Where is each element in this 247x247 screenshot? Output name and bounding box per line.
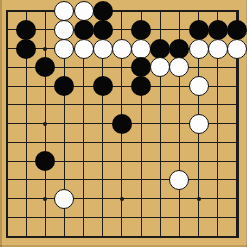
intersection-c8-r1[interactable] bbox=[132, 2, 151, 21]
intersection-c3-r11[interactable] bbox=[36, 189, 55, 208]
intersection-c9-r12[interactable] bbox=[151, 208, 170, 227]
star-point bbox=[197, 197, 201, 201]
intersection-c4-r2[interactable] bbox=[55, 20, 74, 39]
intersection-c8-r3[interactable] bbox=[132, 39, 151, 58]
intersection-c2-r3[interactable] bbox=[17, 39, 36, 58]
go-board-screenshot bbox=[0, 0, 247, 247]
intersection-c1-r13[interactable] bbox=[0, 227, 17, 246]
star-point bbox=[43, 197, 47, 201]
intersection-c13-r3[interactable] bbox=[227, 39, 246, 58]
intersection-c11-r12[interactable] bbox=[189, 208, 208, 227]
black-stone bbox=[169, 39, 189, 59]
intersection-c10-r9[interactable] bbox=[170, 152, 189, 171]
intersection-c3-r5[interactable] bbox=[36, 77, 55, 96]
intersection-c1-r11[interactable] bbox=[0, 189, 17, 208]
intersection-c1-r12[interactable] bbox=[0, 208, 17, 227]
intersection-c5-r4[interactable] bbox=[74, 58, 93, 77]
intersection-c12-r11[interactable] bbox=[208, 189, 227, 208]
intersection-c2-r12[interactable] bbox=[17, 208, 36, 227]
intersection-c9-r1[interactable] bbox=[151, 2, 170, 21]
intersection-c4-r10[interactable] bbox=[55, 170, 74, 189]
intersection-c3-r8[interactable] bbox=[36, 133, 55, 152]
intersection-c13-r6[interactable] bbox=[227, 95, 246, 114]
intersection-c9-r6[interactable] bbox=[151, 95, 170, 114]
white-stone bbox=[54, 20, 74, 40]
intersection-c11-r6[interactable] bbox=[189, 95, 208, 114]
intersection-c7-r10[interactable] bbox=[112, 170, 131, 189]
intersection-c8-r10[interactable] bbox=[132, 170, 151, 189]
intersection-c13-r12[interactable] bbox=[227, 208, 246, 227]
intersection-c5-r8[interactable] bbox=[74, 133, 93, 152]
intersection-c2-r6[interactable] bbox=[17, 95, 36, 114]
intersection-c6-r12[interactable] bbox=[93, 208, 112, 227]
intersection-c6-r2[interactable] bbox=[93, 20, 112, 39]
intersection-c11-r5[interactable] bbox=[189, 77, 208, 96]
intersection-c8-r12[interactable] bbox=[132, 208, 151, 227]
intersection-c3-r7[interactable] bbox=[36, 114, 55, 133]
black-stone bbox=[150, 39, 170, 59]
intersection-c4-r9[interactable] bbox=[55, 152, 74, 171]
black-stone bbox=[208, 20, 228, 40]
intersection-c4-r8[interactable] bbox=[55, 133, 74, 152]
intersection-c7-r1[interactable] bbox=[112, 2, 131, 21]
intersection-c4-r11[interactable] bbox=[55, 189, 74, 208]
intersection-c9-r4[interactable] bbox=[151, 58, 170, 77]
intersection-c3-r6[interactable] bbox=[36, 95, 55, 114]
intersection-c10-r6[interactable] bbox=[170, 95, 189, 114]
intersection-c10-r12[interactable] bbox=[170, 208, 189, 227]
intersection-c1-r9[interactable] bbox=[0, 152, 17, 171]
intersection-c3-r3[interactable] bbox=[36, 39, 55, 58]
intersection-c13-r4[interactable] bbox=[227, 58, 246, 77]
intersection-c5-r9[interactable] bbox=[74, 152, 93, 171]
white-stone bbox=[208, 39, 228, 59]
intersection-c4-r12[interactable] bbox=[55, 208, 74, 227]
intersection-c8-r9[interactable] bbox=[132, 152, 151, 171]
white-stone bbox=[54, 39, 74, 59]
intersection-c13-r9[interactable] bbox=[227, 152, 246, 171]
intersection-c12-r7[interactable] bbox=[208, 114, 227, 133]
intersection-c1-r2[interactable] bbox=[0, 20, 17, 39]
intersection-c10-r2[interactable] bbox=[170, 20, 189, 39]
intersection-c1-r5[interactable] bbox=[0, 77, 17, 96]
intersection-c9-r10[interactable] bbox=[151, 170, 170, 189]
black-stone bbox=[16, 20, 36, 40]
intersection-c2-r13[interactable] bbox=[17, 227, 36, 246]
intersection-c7-r9[interactable] bbox=[112, 152, 131, 171]
intersection-c6-r10[interactable] bbox=[93, 170, 112, 189]
intersection-c10-r5[interactable] bbox=[170, 77, 189, 96]
intersection-c4-r13[interactable] bbox=[55, 227, 74, 246]
intersection-c9-r8[interactable] bbox=[151, 133, 170, 152]
intersection-c3-r2[interactable] bbox=[36, 20, 55, 39]
intersection-c4-r6[interactable] bbox=[55, 95, 74, 114]
intersection-c3-r12[interactable] bbox=[36, 208, 55, 227]
intersection-c12-r10[interactable] bbox=[208, 170, 227, 189]
intersection-c13-r1[interactable] bbox=[227, 2, 246, 21]
intersection-c9-r2[interactable] bbox=[151, 20, 170, 39]
intersection-c9-r3[interactable] bbox=[151, 39, 170, 58]
intersection-c7-r5[interactable] bbox=[112, 77, 131, 96]
intersection-c9-r13[interactable] bbox=[151, 227, 170, 246]
intersection-c13-r13[interactable] bbox=[227, 227, 246, 246]
intersection-c5-r6[interactable] bbox=[74, 95, 93, 114]
intersection-c6-r6[interactable] bbox=[93, 95, 112, 114]
intersection-c11-r9[interactable] bbox=[189, 152, 208, 171]
intersection-c1-r4[interactable] bbox=[0, 58, 17, 77]
intersection-c3-r1[interactable] bbox=[36, 2, 55, 21]
intersection-c13-r5[interactable] bbox=[227, 77, 246, 96]
intersection-c10-r3[interactable] bbox=[170, 39, 189, 58]
intersection-c4-r5[interactable] bbox=[55, 77, 74, 96]
intersection-c4-r7[interactable] bbox=[55, 114, 74, 133]
intersection-c12-r5[interactable] bbox=[208, 77, 227, 96]
intersection-c8-r8[interactable] bbox=[132, 133, 151, 152]
black-stone bbox=[16, 39, 36, 59]
intersection-c5-r2[interactable] bbox=[74, 20, 93, 39]
intersection-c11-r10[interactable] bbox=[189, 170, 208, 189]
intersection-c12-r1[interactable] bbox=[208, 2, 227, 21]
intersection-c2-r5[interactable] bbox=[17, 77, 36, 96]
intersection-c11-r3[interactable] bbox=[189, 39, 208, 58]
intersection-c7-r7[interactable] bbox=[112, 114, 131, 133]
intersection-c5-r11[interactable] bbox=[74, 189, 93, 208]
black-stone bbox=[131, 20, 151, 40]
intersection-c12-r9[interactable] bbox=[208, 152, 227, 171]
intersection-c5-r10[interactable] bbox=[74, 170, 93, 189]
intersection-c7-r6[interactable] bbox=[112, 95, 131, 114]
intersection-c7-r2[interactable] bbox=[112, 20, 131, 39]
intersection-c8-r11[interactable] bbox=[132, 189, 151, 208]
intersection-c5-r5[interactable] bbox=[74, 77, 93, 96]
intersection-c1-r1[interactable] bbox=[0, 2, 17, 21]
intersection-c10-r8[interactable] bbox=[170, 133, 189, 152]
black-stone bbox=[93, 1, 113, 21]
intersection-c11-r13[interactable] bbox=[189, 227, 208, 246]
intersection-c5-r1[interactable] bbox=[74, 2, 93, 21]
intersection-c6-r7[interactable] bbox=[93, 114, 112, 133]
black-stone bbox=[93, 20, 113, 40]
intersection-c4-r3[interactable] bbox=[55, 39, 74, 58]
intersection-c3-r10[interactable] bbox=[36, 170, 55, 189]
black-stone bbox=[93, 76, 113, 96]
intersection-c7-r12[interactable] bbox=[112, 208, 131, 227]
intersection-c2-r2[interactable] bbox=[17, 20, 36, 39]
intersection-c2-r8[interactable] bbox=[17, 133, 36, 152]
intersection-c3-r13[interactable] bbox=[36, 227, 55, 246]
intersection-c10-r7[interactable] bbox=[170, 114, 189, 133]
intersection-c4-r4[interactable] bbox=[55, 58, 74, 77]
white-stone bbox=[74, 1, 94, 21]
black-stone bbox=[54, 76, 74, 96]
intersection-c7-r11[interactable] bbox=[112, 189, 131, 208]
intersection-c2-r1[interactable] bbox=[17, 2, 36, 21]
intersection-c6-r11[interactable] bbox=[93, 189, 112, 208]
intersection-c10-r11[interactable] bbox=[170, 189, 189, 208]
intersection-c9-r9[interactable] bbox=[151, 152, 170, 171]
intersection-c6-r4[interactable] bbox=[93, 58, 112, 77]
intersection-c2-r9[interactable] bbox=[17, 152, 36, 171]
intersection-c5-r12[interactable] bbox=[74, 208, 93, 227]
intersection-c11-r1[interactable] bbox=[189, 2, 208, 21]
intersection-c10-r10[interactable] bbox=[170, 170, 189, 189]
intersection-c4-r1[interactable] bbox=[55, 2, 74, 21]
white-stone bbox=[189, 39, 209, 59]
intersection-c10-r4[interactable] bbox=[170, 58, 189, 77]
intersection-c5-r3[interactable] bbox=[74, 39, 93, 58]
intersection-c7-r8[interactable] bbox=[112, 133, 131, 152]
white-stone bbox=[227, 39, 247, 59]
intersection-c2-r7[interactable] bbox=[17, 114, 36, 133]
white-stone bbox=[150, 57, 170, 77]
intersection-c1-r10[interactable] bbox=[0, 170, 17, 189]
intersection-c8-r13[interactable] bbox=[132, 227, 151, 246]
intersection-c1-r3[interactable] bbox=[0, 39, 17, 58]
intersection-c6-r5[interactable] bbox=[93, 77, 112, 96]
white-stone bbox=[189, 76, 209, 96]
white-stone bbox=[54, 1, 74, 21]
intersection-c10-r1[interactable] bbox=[170, 2, 189, 21]
intersection-c9-r5[interactable] bbox=[151, 77, 170, 96]
intersection-c8-r2[interactable] bbox=[132, 20, 151, 39]
intersection-c12-r8[interactable] bbox=[208, 133, 227, 152]
intersection-c6-r9[interactable] bbox=[93, 152, 112, 171]
black-stone bbox=[74, 20, 94, 40]
intersection-c2-r4[interactable] bbox=[17, 58, 36, 77]
intersection-c5-r13[interactable] bbox=[74, 227, 93, 246]
white-stone bbox=[54, 189, 74, 209]
intersection-c12-r4[interactable] bbox=[208, 58, 227, 77]
white-stone bbox=[169, 57, 189, 77]
intersection-c1-r6[interactable] bbox=[0, 95, 17, 114]
intersection-c7-r3[interactable] bbox=[112, 39, 131, 58]
intersection-c9-r11[interactable] bbox=[151, 189, 170, 208]
black-stone bbox=[35, 57, 55, 77]
intersection-c13-r11[interactable] bbox=[227, 189, 246, 208]
white-stone bbox=[74, 39, 94, 59]
intersection-c12-r2[interactable] bbox=[208, 20, 227, 39]
white-stone bbox=[93, 39, 113, 59]
star-point bbox=[43, 122, 47, 126]
intersection-c6-r8[interactable] bbox=[93, 133, 112, 152]
intersection-c8-r7[interactable] bbox=[132, 114, 151, 133]
intersection-c6-r1[interactable] bbox=[93, 2, 112, 21]
intersection-c13-r8[interactable] bbox=[227, 133, 246, 152]
black-stone bbox=[227, 20, 247, 40]
intersection-c1-r7[interactable] bbox=[0, 114, 17, 133]
intersection-c13-r10[interactable] bbox=[227, 170, 246, 189]
intersection-c5-r7[interactable] bbox=[74, 114, 93, 133]
intersection-c2-r11[interactable] bbox=[17, 189, 36, 208]
white-stone bbox=[169, 170, 189, 190]
black-stone bbox=[131, 76, 151, 96]
black-stone bbox=[35, 151, 55, 171]
black-stone bbox=[189, 20, 209, 40]
go-board bbox=[0, 2, 247, 246]
intersection-c11-r8[interactable] bbox=[189, 133, 208, 152]
intersection-c1-r8[interactable] bbox=[0, 133, 17, 152]
intersection-c3-r9[interactable] bbox=[36, 152, 55, 171]
intersection-c12-r6[interactable] bbox=[208, 95, 227, 114]
intersection-c8-r4[interactable] bbox=[132, 58, 151, 77]
intersection-c11-r2[interactable] bbox=[189, 20, 208, 39]
intersection-c13-r7[interactable] bbox=[227, 114, 246, 133]
intersection-c13-r2[interactable] bbox=[227, 20, 246, 39]
intersection-c10-r13[interactable] bbox=[170, 227, 189, 246]
intersection-c2-r10[interactable] bbox=[17, 170, 36, 189]
white-stone bbox=[131, 39, 151, 59]
intersection-c8-r6[interactable] bbox=[132, 95, 151, 114]
intersection-c12-r13[interactable] bbox=[208, 227, 227, 246]
star-point bbox=[43, 47, 47, 51]
intersection-c9-r7[interactable] bbox=[151, 114, 170, 133]
intersection-c3-r4[interactable] bbox=[36, 58, 55, 77]
intersection-c11-r7[interactable] bbox=[189, 114, 208, 133]
black-stone bbox=[131, 57, 151, 77]
intersection-c6-r13[interactable] bbox=[93, 227, 112, 246]
black-stone bbox=[112, 114, 132, 134]
intersection-c11-r4[interactable] bbox=[189, 58, 208, 77]
white-stone bbox=[189, 114, 209, 134]
intersection-c6-r3[interactable] bbox=[93, 39, 112, 58]
star-point bbox=[120, 197, 124, 201]
white-stone bbox=[112, 39, 132, 59]
intersection-c7-r4[interactable] bbox=[112, 58, 131, 77]
intersection-c11-r11[interactable] bbox=[189, 189, 208, 208]
intersection-c12-r3[interactable] bbox=[208, 39, 227, 58]
intersection-c12-r12[interactable] bbox=[208, 208, 227, 227]
intersection-c8-r5[interactable] bbox=[132, 77, 151, 96]
intersection-c7-r13[interactable] bbox=[112, 227, 131, 246]
